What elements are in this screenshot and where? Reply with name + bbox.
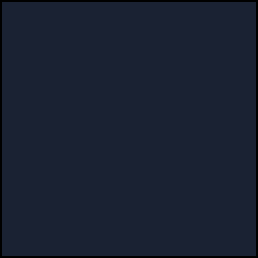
chess-board-grid [2, 2, 256, 256]
chess-board [0, 0, 258, 258]
